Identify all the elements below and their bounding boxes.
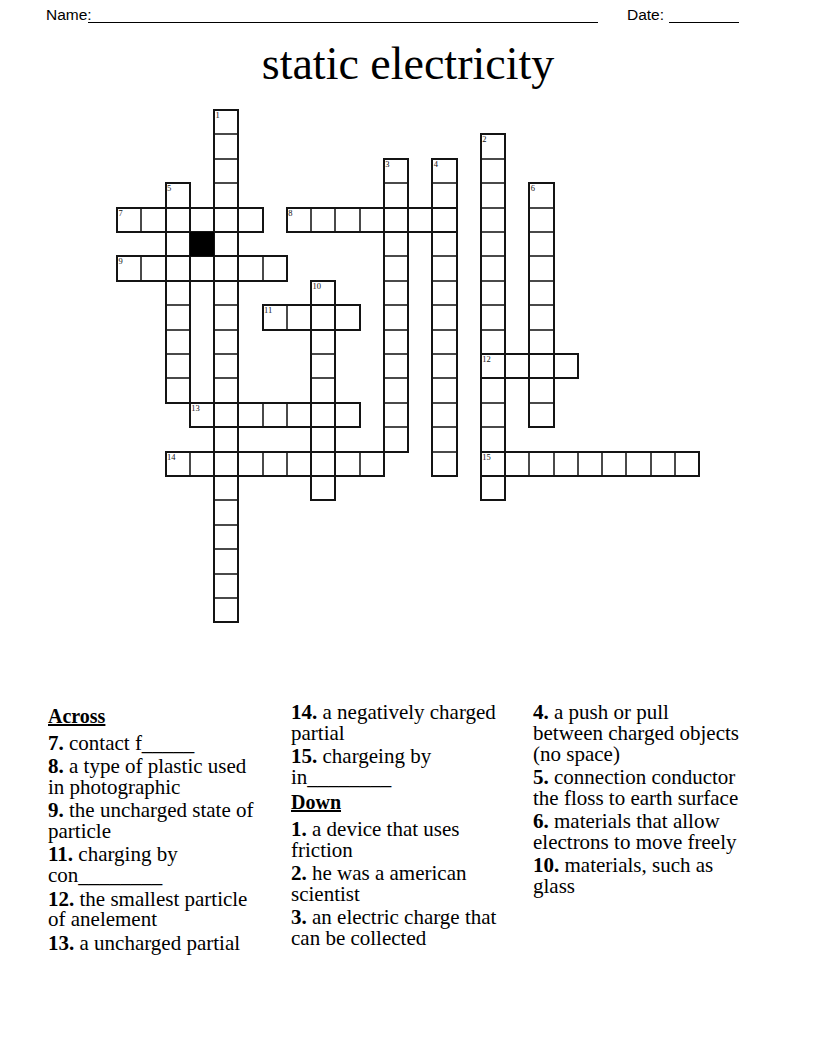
page-title: static electricity [0,40,816,88]
grid-cell[interactable] [287,305,311,329]
grid-cell[interactable] [481,330,505,354]
cell-number: 7 [119,209,123,218]
grid-cell[interactable] [384,305,408,329]
grid-cell[interactable] [384,183,408,207]
grid-cell[interactable] [432,427,456,451]
grid-cell[interactable] [214,208,238,232]
grid-cell[interactable] [384,354,408,378]
grid-cell[interactable] [335,452,359,476]
grid-cell[interactable] [602,452,626,476]
cell-number: 4 [434,160,438,169]
heading-text: Across [48,705,105,727]
grid-cell[interactable] [214,378,238,402]
grid-cell[interactable] [481,378,505,402]
grid-cell[interactable] [214,134,238,158]
grid-cell[interactable] [384,232,408,256]
grid-cell[interactable] [214,403,238,427]
grid-cell[interactable] [214,281,238,305]
grid-cell[interactable] [141,208,165,232]
grid-cell[interactable] [263,452,287,476]
cell-number: 15 [482,453,491,462]
cell-number: 5 [167,184,171,193]
grid-cell[interactable] [190,452,214,476]
clue: 7. contact f_____ [48,733,258,754]
grid-cell[interactable] [311,330,335,354]
grid-cell[interactable] [311,378,335,402]
grid-cell[interactable] [432,378,456,402]
grid-cell[interactable] [214,256,238,280]
grid-cell[interactable] [238,208,262,232]
grid-cell[interactable] [529,403,553,427]
cell-number: 10 [313,282,322,291]
clue-number: 7. [48,731,64,755]
grid-cell[interactable] [166,378,190,402]
grid-cell[interactable] [432,208,456,232]
grid-cell[interactable] [529,256,553,280]
grid-cell[interactable] [166,256,190,280]
grid-cell[interactable] [529,452,553,476]
grid-cell[interactable] [432,281,456,305]
grid-cell[interactable] [481,403,505,427]
grid-cell[interactable] [311,354,335,378]
grid-cell[interactable] [384,330,408,354]
grid-cell[interactable] [408,208,432,232]
grid-cell[interactable] [214,330,238,354]
grid-cell[interactable] [481,232,505,256]
grid-cell[interactable] [529,330,553,354]
clue-column-2: 14. a negatively charged partial15. char… [291,702,501,951]
grid-cell[interactable] [263,256,287,280]
date-label: Date: [627,6,664,23]
grid-cell[interactable] [311,403,335,427]
grid-cell[interactable] [578,452,602,476]
grid-cell[interactable] [432,354,456,378]
grid-cell[interactable] [214,427,238,451]
clue: 8. a type of plastic used in photographi… [48,756,258,798]
clue: 13. a uncharged partial [48,933,258,954]
cell-number: 2 [482,135,486,144]
grid-cell[interactable] [166,354,190,378]
grid-cell[interactable] [311,208,335,232]
cell-number: 14 [167,453,176,462]
clue-number: 9. [48,798,64,822]
clue: 3. an electric charge that can be collec… [291,907,501,949]
grid-cell[interactable] [529,378,553,402]
grid-cell[interactable] [311,452,335,476]
grid-cell[interactable] [166,232,190,256]
grid-cell[interactable] [432,330,456,354]
grid-cell[interactable] [335,305,359,329]
grid-cell[interactable] [529,232,553,256]
clue-number: 1. [291,817,307,841]
grid-cell[interactable] [529,208,553,232]
grid-cell[interactable] [384,256,408,280]
heading-text: Down [291,791,341,813]
grid-cell[interactable] [141,256,165,280]
grid-cell[interactable] [529,281,553,305]
grid-cell[interactable] [238,403,262,427]
grid-cell[interactable] [432,232,456,256]
clue-number: 11. [48,842,73,866]
grid-cell[interactable] [214,525,238,549]
cell-number: 8 [288,209,292,218]
clue-number: 13. [48,931,74,955]
grid-cell[interactable] [529,305,553,329]
grid-cell[interactable] [190,208,214,232]
clues-down-heading: Down [291,790,501,814]
clue: 12. the smallest particle of anelement [48,889,258,931]
cell-number: 13 [191,404,200,413]
cell-number: 3 [385,160,389,169]
grid-cell[interactable] [263,403,287,427]
grid-cell[interactable] [166,281,190,305]
grid-cell[interactable] [432,305,456,329]
grid-cell[interactable] [481,159,505,183]
grid-cell[interactable] [360,208,384,232]
grid-cell[interactable] [287,403,311,427]
clue: 4. a push or pull between charged object… [533,702,743,764]
cell-number: 12 [482,355,491,364]
grid-cell[interactable] [384,403,408,427]
grid-cell[interactable] [554,452,578,476]
grid-cell[interactable] [214,452,238,476]
grid-cell[interactable] [432,403,456,427]
grid-cell[interactable] [505,452,529,476]
grid-cell[interactable] [626,452,650,476]
clue: 6. materials that allow electrons to mov… [533,811,743,853]
grid-cell[interactable] [432,183,456,207]
grid-cell[interactable] [481,427,505,451]
clue-column-3: 4. a push or pull between charged object… [533,702,743,899]
grid-cell[interactable] [311,427,335,451]
grid-cell[interactable] [214,598,238,622]
grid-cell[interactable] [481,305,505,329]
clue-column-1: Across7. contact f_____8. a type of plas… [48,702,258,956]
black-cell [190,232,214,256]
date-field-line [669,6,739,23]
grid-cell[interactable] [432,452,456,476]
grid-cell[interactable] [505,354,529,378]
grid-cell[interactable] [360,452,384,476]
grid-cell[interactable] [384,208,408,232]
clue-number: 6. [533,809,549,833]
clue-number: 3. [291,905,307,929]
grid-cell[interactable] [311,305,335,329]
clue: 15. chargeing by in________ [291,746,501,788]
grid-cell[interactable] [214,183,238,207]
grid-cell[interactable] [554,354,578,378]
grid-cell[interactable] [166,330,190,354]
grid-cell[interactable] [214,476,238,500]
grid-cell[interactable] [214,549,238,573]
grid-cell[interactable] [166,305,190,329]
grid-cell[interactable] [384,281,408,305]
clue-number: 5. [533,765,549,789]
clue: 11. charging by con________ [48,844,258,886]
grid-cell[interactable] [238,256,262,280]
clue: 9. the uncharged state of particle [48,800,258,842]
grid-cell[interactable] [311,476,335,500]
grid-cell[interactable] [481,256,505,280]
grid-cell[interactable] [238,452,262,476]
grid-cell[interactable] [214,305,238,329]
grid-cell[interactable] [214,500,238,524]
clue-number: 15. [291,744,317,768]
clue: 1. a device that uses friction [291,819,501,861]
grid-cell[interactable] [214,232,238,256]
grid-cell[interactable] [651,452,675,476]
clue-number: 8. [48,754,64,778]
grid-cell[interactable] [214,159,238,183]
cell-number: 11 [264,306,272,315]
grid-cell[interactable] [481,281,505,305]
grid-cell[interactable] [384,378,408,402]
grid-cell[interactable] [335,403,359,427]
clues-across-heading: Across [48,704,258,728]
grid-cell[interactable] [190,256,214,280]
grid-cell[interactable] [481,208,505,232]
clue: 2. he was a american scientist [291,863,501,905]
clue-number: 14. [291,700,317,724]
clue-number: 12. [48,887,74,911]
grid-cell[interactable] [432,256,456,280]
cell-number: 6 [531,184,535,193]
name-field-line [88,6,598,23]
grid-cell[interactable] [166,208,190,232]
clue-number: 4. [533,700,549,724]
grid-cell[interactable] [481,183,505,207]
clue-number: 2. [291,861,307,885]
grid-cell[interactable] [384,427,408,451]
grid-cell[interactable] [529,354,553,378]
grid-cell[interactable] [287,452,311,476]
grid-cell[interactable] [675,452,699,476]
cell-number: 9 [119,257,123,266]
grid-cell[interactable] [214,354,238,378]
grid-cell[interactable] [214,574,238,598]
grid-cell[interactable] [481,476,505,500]
grid-cell[interactable] [335,208,359,232]
clue-number: 10. [533,853,559,877]
name-label: Name: [46,6,92,23]
cell-number: 1 [216,111,220,120]
clue: 5. connection conductor the floss to ear… [533,767,743,809]
clue: 10. materials, such as glass [533,855,743,897]
clue: 14. a negatively charged partial [291,702,501,744]
